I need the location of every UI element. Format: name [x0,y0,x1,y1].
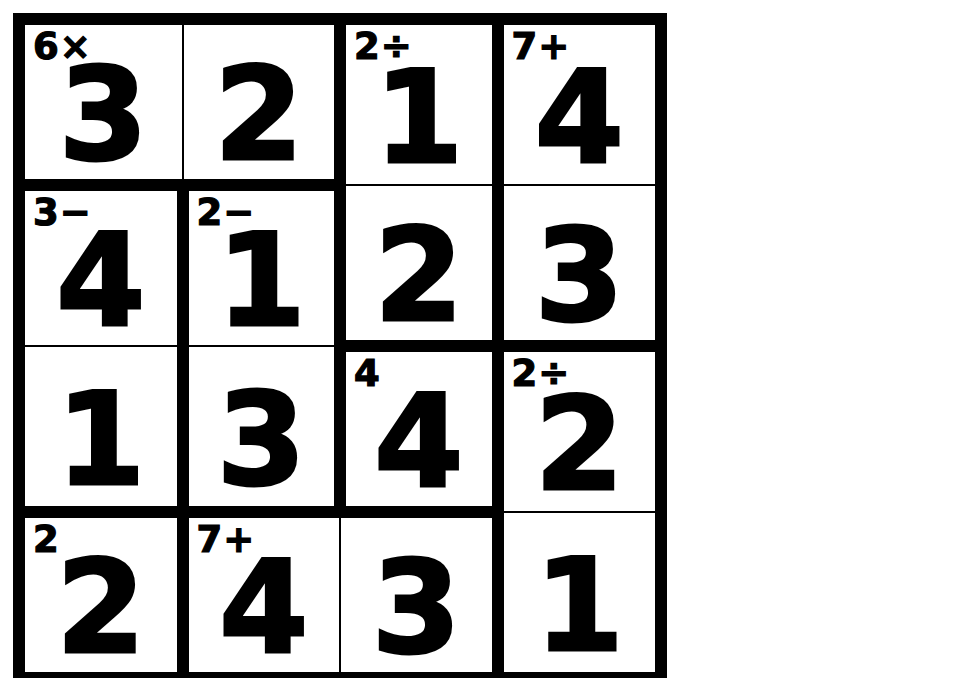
cell-r4c2[interactable]: 7+4 [183,512,341,672]
cell-value: 2 [374,186,463,340]
cell-value: 4 [374,352,463,506]
cell-r2c1[interactable]: 3−4 [25,185,183,346]
cell-value: 1 [535,516,624,670]
cell-r3c1[interactable]: 1 [25,346,183,512]
cell-r3c3[interactable]: 44 [340,346,498,512]
cell-r2c4[interactable]: 3 [498,185,656,346]
cell-value: 2 [214,25,303,179]
kenken-board: 6×322÷17+43−42−12313442÷2227+431 [13,13,667,678]
cage-clue: 3− [33,191,92,235]
cell-r3c2[interactable]: 3 [183,346,341,512]
cell-r2c2[interactable]: 2−1 [183,185,341,346]
cell-value: 3 [372,518,461,672]
cage-clue: 2÷ [512,352,571,396]
cell-r1c1[interactable]: 6×3 [25,25,183,185]
cage-clue: 7+ [512,25,571,69]
cell-r4c4[interactable]: 1 [498,512,656,672]
cage-clue: 2 [33,518,60,562]
cell-r1c3[interactable]: 2÷1 [340,25,498,185]
cage-clue: 2− [197,191,256,235]
cage-clue: 4 [354,352,381,396]
cell-r4c3[interactable]: 3 [340,512,498,672]
cage-clue: 2÷ [354,25,413,69]
cell-value: 3 [535,186,624,340]
cell-value: 2 [56,518,145,672]
cage-clue: 7+ [197,518,256,562]
cage-clue: 6× [33,25,92,69]
cell-r2c3[interactable]: 2 [340,185,498,346]
cell-value: 3 [217,350,306,504]
cell-r1c2[interactable]: 2 [183,25,341,185]
cell-value: 1 [56,350,145,504]
page-canvas: 6×322÷17+43−42−12313442÷2227+431 [0,0,960,686]
cell-r4c1[interactable]: 22 [25,512,183,672]
cell-r3c4[interactable]: 2÷2 [498,346,656,512]
cell-r1c4[interactable]: 7+4 [498,25,656,185]
